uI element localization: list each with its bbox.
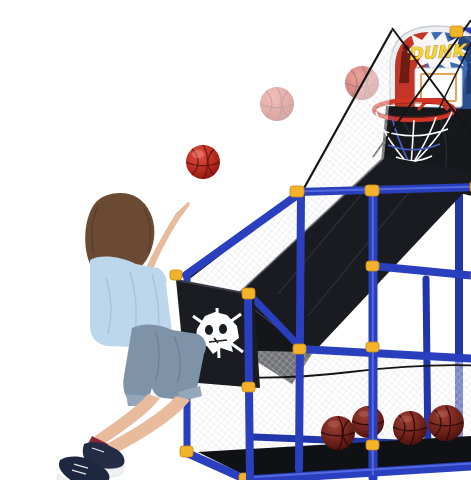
box-joint-right	[242, 288, 255, 299]
flying-ball-2	[260, 87, 294, 121]
product-photo: DUNK	[40, 16, 471, 480]
stored-ball-2	[352, 406, 384, 438]
post-wrap	[242, 382, 255, 392]
scene-canvas: DUNK	[40, 16, 471, 480]
stored-ball-1	[321, 416, 355, 450]
stored-ball-4	[428, 405, 464, 441]
rear-mid-post	[426, 279, 428, 460]
box-joint-left	[170, 270, 182, 280]
flying-ball-1	[186, 145, 220, 179]
stored-ball-3	[393, 411, 427, 445]
left-mid-pole	[299, 193, 301, 469]
